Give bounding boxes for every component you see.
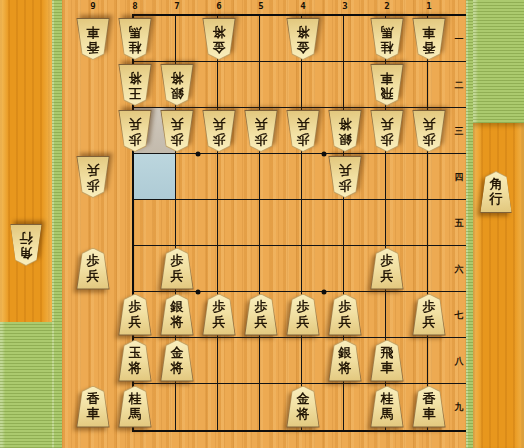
piece-kanji: 兵 [255, 315, 268, 330]
piece-kanji: 車 [87, 24, 100, 39]
gote-gold-piece[interactable]: 金将 [285, 18, 321, 60]
piece-kanji: 兵 [171, 116, 184, 131]
piece-kanji: 香 [423, 39, 436, 54]
gote-lance-piece[interactable]: 香車 [411, 18, 447, 60]
star-point [196, 290, 201, 295]
piece-kanji: 金 [213, 39, 226, 54]
piece-kanji: 歩 [171, 131, 184, 146]
piece-kanji: 馬 [129, 407, 142, 422]
piece-kanji: 馬 [381, 407, 394, 422]
piece-kanji: 兵 [213, 116, 226, 131]
gote-pawn-piece[interactable]: 歩兵 [369, 110, 405, 152]
sente-gold-piece[interactable]: 金将 [159, 340, 195, 382]
piece-kanji: 歩 [297, 300, 310, 315]
gote-king-piece[interactable]: 王将 [117, 64, 153, 106]
piece-kanji: 車 [423, 407, 436, 422]
square-9-4[interactable] [134, 154, 176, 200]
piece-kanji: 将 [171, 70, 184, 85]
star-point [196, 152, 201, 157]
piece-kanji: 将 [339, 116, 352, 131]
rank-label-8: 八 [452, 338, 466, 384]
piece-kanji: 将 [129, 361, 142, 376]
square-3-4[interactable] [386, 154, 428, 200]
piece-kanji: 歩 [87, 254, 100, 269]
sente-pawn-piece[interactable]: 歩兵 [159, 248, 195, 290]
rank-label-5: 五 [452, 200, 466, 246]
gote-bishop-piece[interactable]: 角行 [9, 224, 43, 266]
square-6-4[interactable] [260, 154, 302, 200]
sente-pawn-piece[interactable]: 歩兵 [243, 294, 279, 336]
file-label-8: 8 [114, 1, 156, 11]
piece-kanji: 兵 [171, 269, 184, 284]
sente-pawn-piece[interactable]: 歩兵 [75, 248, 111, 290]
piece-kanji: 兵 [297, 315, 310, 330]
piece-kanji: 兵 [129, 116, 142, 131]
piece-kanji: 歩 [171, 254, 184, 269]
piece-kanji: 角 [490, 177, 503, 192]
shogi-app: 987654321 一二三四五六七八九 香車桂馬金将金将桂馬香車王将銀将飛車歩兵… [0, 0, 524, 448]
piece-kanji: 歩 [423, 131, 436, 146]
piece-kanji: 兵 [423, 315, 436, 330]
piece-kanji: 香 [87, 392, 100, 407]
gote-pawn-piece[interactable]: 歩兵 [327, 156, 363, 198]
rank-label-9: 九 [452, 384, 466, 430]
file-label-2: 2 [366, 1, 408, 11]
file-label-4: 4 [282, 1, 324, 11]
sente-silver-piece[interactable]: 銀将 [327, 340, 363, 382]
piece-kanji: 馬 [129, 24, 142, 39]
gote-gold-piece[interactable]: 金将 [201, 18, 237, 60]
gote-pawn-piece[interactable]: 歩兵 [243, 110, 279, 152]
gote-knight-piece[interactable]: 桂馬 [369, 18, 405, 60]
piece-kanji: 銀 [171, 85, 184, 100]
square-6-5[interactable] [260, 200, 302, 246]
file-label-6: 6 [198, 1, 240, 11]
gote-lance-piece[interactable]: 香車 [75, 18, 111, 60]
piece-kanji: 銀 [339, 346, 352, 361]
gote-rook-piece[interactable]: 飛車 [369, 64, 405, 106]
piece-kanji: 将 [213, 24, 226, 39]
gote-pawn-piece[interactable]: 歩兵 [159, 110, 195, 152]
file-label-9: 9 [72, 1, 114, 11]
star-point [322, 152, 327, 157]
rank-label-6: 六 [452, 246, 466, 292]
piece-kanji: 歩 [297, 131, 310, 146]
tatami-strip-right [466, 0, 473, 448]
piece-kanji: 玉 [129, 346, 142, 361]
sente-silver-piece[interactable]: 銀将 [159, 294, 195, 336]
piece-kanji: 兵 [423, 116, 436, 131]
piece-kanji: 兵 [339, 315, 352, 330]
tatami-strip-left [52, 0, 62, 448]
gote-pawn-piece[interactable]: 歩兵 [75, 156, 111, 198]
piece-kanji: 行 [20, 230, 33, 245]
piece-kanji: 香 [87, 39, 100, 54]
sente-pawn-piece[interactable]: 歩兵 [369, 248, 405, 290]
piece-kanji: 将 [297, 407, 310, 422]
piece-kanji: 歩 [87, 177, 100, 192]
piece-kanji: 飛 [381, 85, 394, 100]
sente-knight-piece[interactable]: 桂馬 [369, 386, 405, 428]
piece-kanji: 歩 [213, 131, 226, 146]
piece-kanji: 車 [87, 407, 100, 422]
piece-kanji: 行 [490, 192, 503, 207]
gote-pawn-piece[interactable]: 歩兵 [285, 110, 321, 152]
sente-bishop-piece[interactable]: 角行 [479, 171, 513, 213]
sente-pawn-piece[interactable]: 歩兵 [285, 294, 321, 336]
tatami-right [473, 0, 524, 123]
piece-kanji: 金 [297, 392, 310, 407]
piece-kanji: 桂 [381, 392, 394, 407]
sente-king-piece[interactable]: 玉将 [117, 340, 153, 382]
square-6-2[interactable] [260, 62, 302, 108]
piece-kanji: 歩 [339, 300, 352, 315]
sente-gold-piece[interactable]: 金将 [285, 386, 321, 428]
tatami-left [0, 322, 52, 448]
piece-kanji: 将 [129, 70, 142, 85]
piece-kanji: 歩 [423, 300, 436, 315]
gote-knight-piece[interactable]: 桂馬 [117, 18, 153, 60]
piece-kanji: 将 [171, 315, 184, 330]
piece-kanji: 歩 [129, 131, 142, 146]
star-point [322, 290, 327, 295]
square-7-5[interactable] [218, 200, 260, 246]
piece-kanji: 歩 [339, 177, 352, 192]
piece-kanji: 兵 [213, 315, 226, 330]
square-7-4[interactable] [218, 154, 260, 200]
piece-kanji: 歩 [381, 254, 394, 269]
piece-kanji: 兵 [87, 269, 100, 284]
gote-silver-piece[interactable]: 銀将 [159, 64, 195, 106]
piece-kanji: 車 [381, 70, 394, 85]
rank-label-4: 四 [452, 154, 466, 200]
square-5-5[interactable] [302, 200, 344, 246]
square-3-5[interactable] [386, 200, 428, 246]
piece-kanji: 歩 [381, 131, 394, 146]
square-8-4[interactable] [176, 154, 218, 200]
piece-kanji: 香 [423, 392, 436, 407]
sente-pawn-piece[interactable]: 歩兵 [117, 294, 153, 336]
gote-hand-tray [0, 0, 52, 322]
square-6-6[interactable] [260, 246, 302, 292]
piece-kanji: 車 [381, 361, 394, 376]
piece-kanji: 歩 [255, 300, 268, 315]
sente-pawn-piece[interactable]: 歩兵 [327, 294, 363, 336]
square-7-2[interactable] [218, 62, 260, 108]
piece-kanji: 桂 [129, 39, 142, 54]
piece-kanji: 桂 [129, 392, 142, 407]
square-5-2[interactable] [302, 62, 344, 108]
sente-lance-piece[interactable]: 香車 [75, 386, 111, 428]
piece-kanji: 兵 [255, 116, 268, 131]
square-7-6[interactable] [218, 246, 260, 292]
piece-kanji: 銀 [339, 131, 352, 146]
rank-label-7: 七 [452, 292, 466, 338]
piece-kanji: 兵 [381, 269, 394, 284]
square-6-8[interactable] [260, 338, 302, 384]
piece-kanji: 車 [423, 24, 436, 39]
rank-label-1: 一 [452, 16, 466, 62]
piece-kanji: 将 [297, 24, 310, 39]
piece-kanji: 将 [339, 361, 352, 376]
piece-kanji: 桂 [381, 39, 394, 54]
piece-kanji: 兵 [339, 162, 352, 177]
piece-kanji: 歩 [255, 131, 268, 146]
sente-pawn-piece[interactable]: 歩兵 [411, 294, 447, 336]
piece-kanji: 兵 [87, 162, 100, 177]
file-label-1: 1 [408, 1, 450, 11]
square-9-5[interactable] [134, 200, 176, 246]
piece-kanji: 兵 [297, 116, 310, 131]
square-7-8[interactable] [218, 338, 260, 384]
sente-rook-piece[interactable]: 飛車 [369, 340, 405, 382]
piece-kanji: 兵 [129, 315, 142, 330]
gote-pawn-piece[interactable]: 歩兵 [201, 110, 237, 152]
piece-kanji: 歩 [129, 300, 142, 315]
sente-lance-piece[interactable]: 香車 [411, 386, 447, 428]
sente-knight-piece[interactable]: 桂馬 [117, 386, 153, 428]
piece-kanji: 金 [171, 346, 184, 361]
piece-kanji: 王 [129, 85, 142, 100]
file-label-3: 3 [324, 1, 366, 11]
piece-kanji: 金 [297, 39, 310, 54]
gote-pawn-piece[interactable]: 歩兵 [411, 110, 447, 152]
square-8-5[interactable] [176, 200, 218, 246]
square-5-6[interactable] [302, 246, 344, 292]
gote-silver-piece[interactable]: 銀将 [327, 110, 363, 152]
piece-kanji: 歩 [213, 300, 226, 315]
piece-kanji: 将 [171, 361, 184, 376]
file-label-7: 7 [156, 1, 198, 11]
square-4-5[interactable] [344, 200, 386, 246]
square-8-9[interactable] [176, 384, 218, 430]
file-label-5: 5 [240, 1, 282, 11]
piece-kanji: 飛 [381, 346, 394, 361]
gote-pawn-piece[interactable]: 歩兵 [117, 110, 153, 152]
piece-kanji: 角 [20, 245, 33, 260]
piece-kanji: 銀 [171, 300, 184, 315]
piece-kanji: 兵 [381, 116, 394, 131]
rank-label-3: 三 [452, 108, 466, 154]
square-7-9[interactable] [218, 384, 260, 430]
rank-label-2: 二 [452, 62, 466, 108]
sente-pawn-piece[interactable]: 歩兵 [201, 294, 237, 336]
piece-kanji: 馬 [381, 24, 394, 39]
